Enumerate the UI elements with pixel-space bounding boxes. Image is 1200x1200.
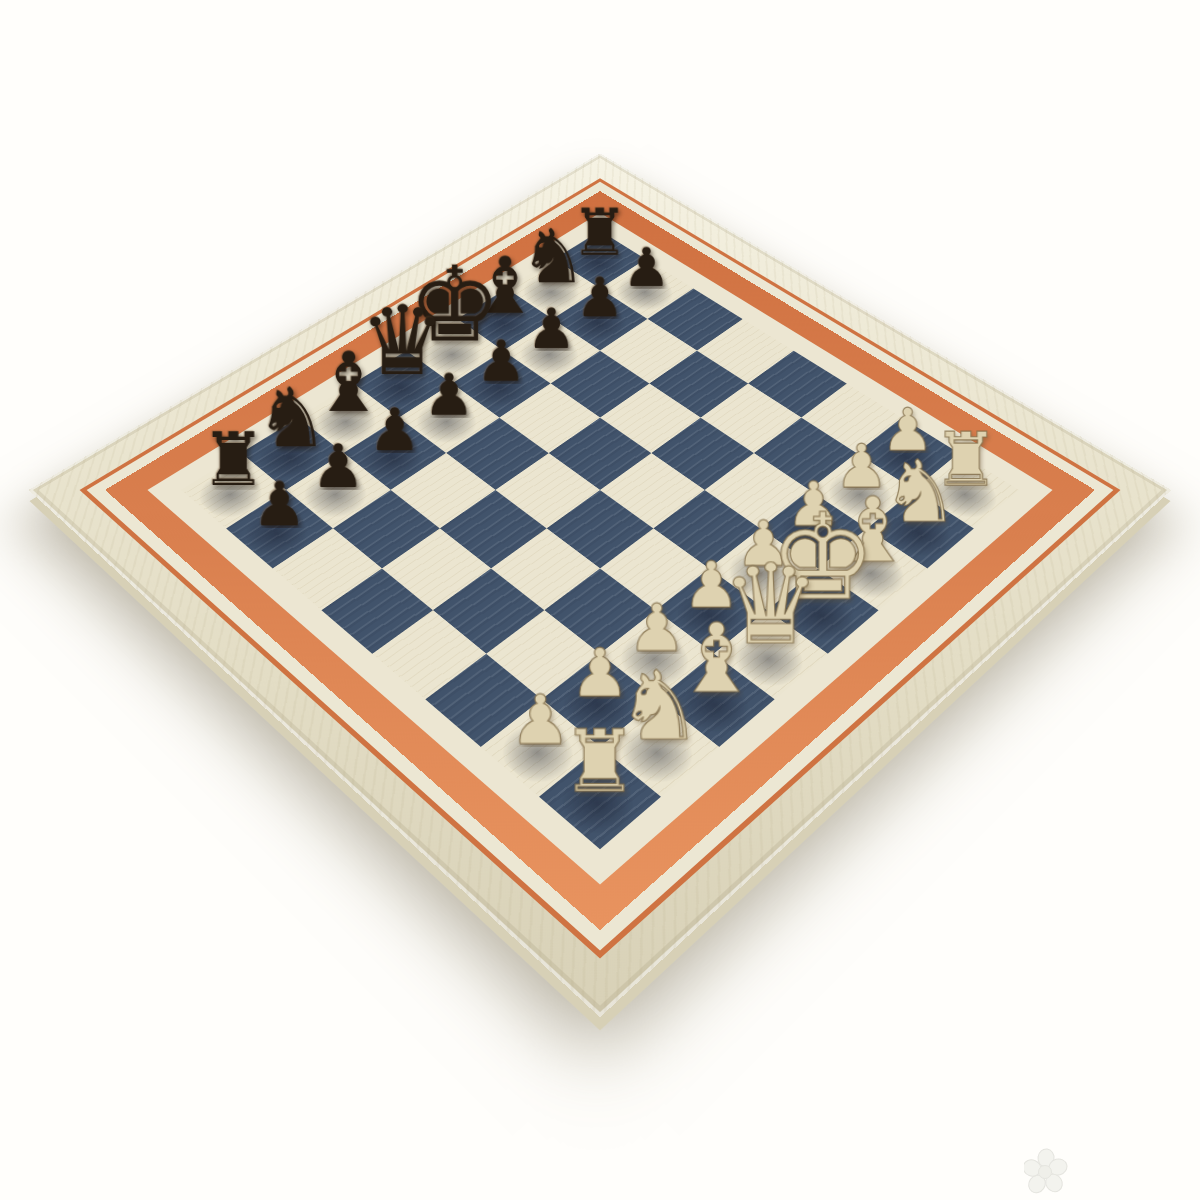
watermark-flower-icon xyxy=(1024,1148,1068,1196)
orange-border-band: ♜♟♟♜♞♟♟♞♝♟♟♝♚♟♟♚♛♟♟♛♝♟♟♝♞♟♟♞♜♟♟♜ xyxy=(105,191,1095,930)
outer-orange-line: ♜♟♟♜♞♟♟♞♝♟♟♝♚♟♟♚♛♟♟♛♝♟♟♝♞♟♟♞♜♟♟♜ xyxy=(80,178,1121,958)
cream-strip: ♜♟♟♜♞♟♟♞♝♟♟♝♚♟♟♚♛♟♟♛♝♟♟♝♞♟♟♞♜♟♟♜ xyxy=(87,182,1114,951)
chess-scene: ♜♟♟♜♞♟♟♞♝♟♟♝♚♟♟♚♛♟♟♛♝♟♟♝♞♟♟♞♜♟♟♜ xyxy=(190,80,1010,900)
square-a1[interactable]: ♜ xyxy=(539,747,661,849)
square-f6[interactable] xyxy=(551,351,650,418)
black-pawn-icon: ♟ xyxy=(218,473,340,534)
chess-board: ♜♟♟♜♞♟♟♞♝♟♟♝♚♟♟♚♛♟♟♛♝♟♟♝♞♟♟♞♜♟♟♜ xyxy=(29,153,1172,1017)
square-h4[interactable] xyxy=(748,351,847,418)
white-rook-icon: ♜ xyxy=(530,718,670,804)
board-margin: ♜♟♟♜♞♟♟♞♝♟♟♝♚♟♟♚♛♟♟♛♝♟♟♝♞♟♟♞♜♟♟♜ xyxy=(147,213,1052,885)
wood-frame: ♜♟♟♜♞♟♟♞♝♟♟♝♚♟♟♚♛♟♟♛♝♟♟♝♞♟♟♞♜♟♟♜ xyxy=(29,153,1172,1017)
